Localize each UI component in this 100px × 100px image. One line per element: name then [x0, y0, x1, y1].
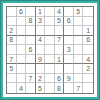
cell-r2c2[interactable] — [17, 17, 27, 27]
given-digit: 1 — [86, 27, 90, 34]
cell-r6c8[interactable] — [74, 55, 84, 65]
given-digit: 6 — [67, 17, 71, 24]
cell-r8c9[interactable] — [83, 74, 93, 84]
cell-r1c7[interactable] — [64, 7, 74, 17]
cell-r9c7[interactable] — [64, 83, 74, 93]
cell-r6c6[interactable]: 1 — [55, 55, 65, 65]
given-digit: 7 — [9, 56, 13, 63]
given-digit: 7 — [28, 75, 32, 82]
given-digit: 6 — [86, 36, 90, 43]
cell-r3c2[interactable] — [17, 26, 27, 36]
given-digit: 5 — [76, 8, 80, 15]
cell-r6c9[interactable]: 4 — [83, 55, 93, 65]
cell-r4c7[interactable] — [64, 36, 74, 46]
cell-r5c2[interactable] — [17, 45, 27, 55]
cell-r7c9[interactable]: 2 — [83, 64, 93, 74]
given-digit: 6 — [28, 46, 32, 53]
cell-r9c4[interactable]: 5 — [36, 83, 46, 93]
cell-r9c1[interactable] — [7, 83, 17, 93]
cell-r4c3[interactable] — [26, 36, 36, 46]
puzzle-frame: 614583562184766379145272694587 — [0, 0, 100, 100]
cell-r8c4[interactable]: 2 — [36, 74, 46, 84]
cell-r2c4[interactable]: 3 — [36, 17, 46, 27]
given-digit: 1 — [38, 8, 42, 15]
given-digit: 9 — [38, 56, 42, 63]
given-digit: 7 — [57, 36, 61, 43]
cell-r3c7[interactable] — [64, 26, 74, 36]
given-digit: 5 — [57, 17, 61, 24]
cell-r9c5[interactable] — [45, 83, 55, 93]
cell-r4c5[interactable] — [45, 36, 55, 46]
cell-r8c1[interactable] — [7, 74, 17, 84]
given-digit: 4 — [86, 56, 90, 63]
cell-r6c2[interactable] — [17, 55, 27, 65]
cell-r8c7[interactable]: 9 — [64, 74, 74, 84]
cell-r7c1[interactable]: 5 — [7, 64, 17, 74]
given-digit: 6 — [19, 8, 23, 15]
cell-r5c6[interactable] — [55, 45, 65, 55]
cell-r8c3[interactable]: 7 — [26, 74, 36, 84]
given-digit: 4 — [38, 36, 42, 43]
cell-r2c3[interactable]: 8 — [26, 17, 36, 27]
cell-r6c3[interactable] — [26, 55, 36, 65]
cell-r7c4[interactable] — [36, 64, 46, 74]
cell-r5c5[interactable] — [45, 45, 55, 55]
cell-r3c1[interactable]: 2 — [7, 26, 17, 36]
cell-r8c2[interactable] — [17, 74, 27, 84]
cell-r5c4[interactable] — [36, 45, 46, 55]
cell-r7c8[interactable] — [74, 64, 84, 74]
given-digit: 1 — [57, 56, 61, 63]
cell-r9c6[interactable]: 8 — [55, 83, 65, 93]
cell-r6c4[interactable]: 9 — [36, 55, 46, 65]
given-digit: 5 — [9, 65, 13, 72]
cell-r5c7[interactable]: 3 — [64, 45, 74, 55]
given-digit: 5 — [38, 85, 42, 92]
cell-r1c8[interactable]: 5 — [74, 7, 84, 17]
cell-r1c6[interactable]: 4 — [55, 7, 65, 17]
cell-r4c9[interactable]: 6 — [83, 36, 93, 46]
given-digit: 2 — [38, 75, 42, 82]
cell-r5c3[interactable]: 6 — [26, 45, 36, 55]
cell-r2c8[interactable] — [74, 17, 84, 27]
cell-r1c1[interactable] — [7, 7, 17, 17]
cell-r1c4[interactable]: 1 — [36, 7, 46, 17]
cell-r6c7[interactable] — [64, 55, 74, 65]
given-digit: 4 — [57, 8, 61, 15]
given-digit: 3 — [67, 46, 71, 53]
cell-r1c3[interactable] — [26, 7, 36, 17]
given-digit: 6 — [57, 75, 61, 82]
given-digit: 8 — [9, 36, 13, 43]
cell-r2c9[interactable] — [83, 17, 93, 27]
cell-r4c1[interactable]: 8 — [7, 36, 17, 46]
cell-r7c5[interactable] — [45, 64, 55, 74]
cell-r7c6[interactable] — [55, 64, 65, 74]
cell-r2c6[interactable]: 5 — [55, 17, 65, 27]
cell-r7c2[interactable] — [17, 64, 27, 74]
cell-r3c4[interactable] — [36, 26, 46, 36]
given-digit: 2 — [9, 27, 13, 34]
cell-r3c9[interactable]: 1 — [83, 26, 93, 36]
cell-r7c7[interactable] — [64, 64, 74, 74]
given-digit: 9 — [67, 75, 71, 82]
cell-r1c9[interactable] — [83, 7, 93, 17]
cell-r2c1[interactable] — [7, 17, 17, 27]
cell-r2c7[interactable]: 6 — [64, 17, 74, 27]
cell-r8c8[interactable] — [74, 74, 84, 84]
cell-r9c2[interactable]: 4 — [17, 83, 27, 93]
given-digit: 4 — [19, 85, 23, 92]
given-digit: 8 — [28, 17, 32, 24]
cell-r3c6[interactable] — [55, 26, 65, 36]
cell-r3c8[interactable] — [74, 26, 84, 36]
cell-r9c9[interactable] — [83, 83, 93, 93]
cell-r4c4[interactable]: 4 — [36, 36, 46, 46]
cell-r6c5[interactable] — [45, 55, 55, 65]
puzzle-panel: 614583562184766379145272694587 — [3, 3, 97, 97]
cell-r9c3[interactable] — [26, 83, 36, 93]
given-digit: 2 — [86, 65, 90, 72]
cell-r8c5[interactable] — [45, 74, 55, 84]
sudoku-grid: 614583562184766379145272694587 — [6, 6, 94, 94]
cell-r8c6[interactable]: 6 — [55, 74, 65, 84]
cell-r5c9[interactable] — [83, 45, 93, 55]
cell-r6c1[interactable]: 7 — [7, 55, 17, 65]
cell-r3c5[interactable] — [45, 26, 55, 36]
cell-r9c8[interactable]: 7 — [74, 83, 84, 93]
given-digit: 8 — [57, 85, 61, 92]
given-digit: 3 — [38, 17, 42, 24]
given-digit: 7 — [76, 85, 80, 92]
cell-r1c2[interactable]: 6 — [17, 7, 27, 17]
cell-r4c2[interactable] — [17, 36, 27, 46]
cell-r5c1[interactable] — [7, 45, 17, 55]
cell-r4c8[interactable] — [74, 36, 84, 46]
cell-r7c3[interactable] — [26, 64, 36, 74]
cell-r1c5[interactable] — [45, 7, 55, 17]
cell-r3c3[interactable] — [26, 26, 36, 36]
cell-r2c5[interactable] — [45, 17, 55, 27]
cell-r4c6[interactable]: 7 — [55, 36, 65, 46]
cell-r5c8[interactable] — [74, 45, 84, 55]
